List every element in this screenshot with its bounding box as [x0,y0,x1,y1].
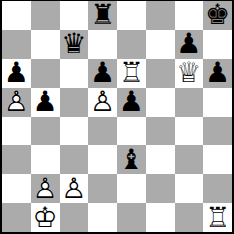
square-c7[interactable]: ♛ [60,30,89,59]
square-e6[interactable]: ♜♖ [117,59,146,88]
black-pawn[interactable]: ♟ [203,59,232,88]
square-c1[interactable] [60,203,89,232]
square-a4[interactable] [2,117,31,146]
white-pawn[interactable]: ♟♙ [88,88,117,117]
square-f3[interactable] [146,145,175,174]
square-e1[interactable] [117,203,146,232]
square-a1[interactable] [2,203,31,232]
square-a7[interactable] [2,30,31,59]
black-rook[interactable]: ♜ [88,1,117,30]
piece-glyph-fill: ♝ [117,145,146,174]
piece-glyph-outline: ♖ [117,59,146,88]
white-pawn[interactable]: ♟♙ [31,174,60,203]
square-d8[interactable]: ♜ [88,1,117,30]
white-queen[interactable]: ♛♕ [175,59,204,88]
piece-glyph-outline: ♙ [88,88,117,117]
white-king[interactable]: ♚♔ [31,203,60,232]
square-c2[interactable]: ♟♙ [60,174,89,203]
square-g1[interactable] [175,203,204,232]
black-pawn[interactable]: ♟ [31,88,60,117]
square-e2[interactable] [117,174,146,203]
square-b6[interactable] [31,59,60,88]
square-h6[interactable]: ♟ [203,59,232,88]
piece-glyph-fill: ♟ [117,88,146,117]
black-bishop[interactable]: ♝ [117,145,146,174]
square-a5[interactable]: ♟♙ [2,88,31,117]
piece-glyph-outline: ♙ [60,174,89,203]
square-h8[interactable]: ♚ [203,1,232,30]
square-f1[interactable] [146,203,175,232]
square-b4[interactable] [31,117,60,146]
white-pawn[interactable]: ♟♙ [2,88,31,117]
piece-glyph-fill: ♚ [203,1,232,30]
square-b2[interactable]: ♟♙ [31,174,60,203]
chess-board-grid: ♜♚♛♟♟♟♜♖♛♕♟♟♙♟♟♙♟♝♟♙♟♙♚♔♜♖ [2,1,232,232]
square-b3[interactable] [31,145,60,174]
chess-board: ♜♚♛♟♟♟♜♖♛♕♟♟♙♟♟♙♟♝♟♙♟♙♚♔♜♖ [0,0,234,234]
square-h5[interactable] [203,88,232,117]
square-b8[interactable] [31,1,60,30]
square-b7[interactable] [31,30,60,59]
black-pawn[interactable]: ♟ [175,30,204,59]
square-d5[interactable]: ♟♙ [88,88,117,117]
square-f4[interactable] [146,117,175,146]
square-b5[interactable]: ♟ [31,88,60,117]
square-g6[interactable]: ♛♕ [175,59,204,88]
square-h4[interactable] [203,117,232,146]
square-c4[interactable] [60,117,89,146]
black-queen[interactable]: ♛ [60,30,89,59]
piece-glyph-outline: ♙ [31,174,60,203]
square-a8[interactable] [2,1,31,30]
square-c3[interactable] [60,145,89,174]
square-e8[interactable] [117,1,146,30]
piece-glyph-fill: ♟ [2,59,31,88]
square-h7[interactable] [203,30,232,59]
square-f5[interactable] [146,88,175,117]
square-h3[interactable] [203,145,232,174]
black-pawn[interactable]: ♟ [2,59,31,88]
piece-glyph-fill: ♟ [88,59,117,88]
piece-glyph-fill: ♜ [88,1,117,30]
square-e3[interactable]: ♝ [117,145,146,174]
square-h2[interactable] [203,174,232,203]
square-c5[interactable] [60,88,89,117]
black-pawn[interactable]: ♟ [88,59,117,88]
square-d6[interactable]: ♟ [88,59,117,88]
piece-glyph-outline: ♙ [2,88,31,117]
square-g2[interactable] [175,174,204,203]
square-f2[interactable] [146,174,175,203]
square-e5[interactable]: ♟ [117,88,146,117]
square-f8[interactable] [146,1,175,30]
piece-glyph-outline: ♔ [31,203,60,232]
white-rook[interactable]: ♜♖ [203,203,232,232]
square-d2[interactable] [88,174,117,203]
square-a6[interactable]: ♟ [2,59,31,88]
white-pawn[interactable]: ♟♙ [60,174,89,203]
square-c8[interactable] [60,1,89,30]
black-king[interactable]: ♚ [203,1,232,30]
piece-glyph-fill: ♟ [31,88,60,117]
white-rook[interactable]: ♜♖ [117,59,146,88]
square-d4[interactable] [88,117,117,146]
square-c6[interactable] [60,59,89,88]
square-g4[interactable] [175,117,204,146]
square-a2[interactable] [2,174,31,203]
square-e4[interactable] [117,117,146,146]
square-d7[interactable] [88,30,117,59]
square-d3[interactable] [88,145,117,174]
square-f6[interactable] [146,59,175,88]
square-g8[interactable] [175,1,204,30]
square-g7[interactable]: ♟ [175,30,204,59]
square-e7[interactable] [117,30,146,59]
square-d1[interactable] [88,203,117,232]
piece-glyph-fill: ♟ [203,59,232,88]
square-a3[interactable] [2,145,31,174]
black-pawn[interactable]: ♟ [117,88,146,117]
piece-glyph-outline: ♖ [203,203,232,232]
square-f7[interactable] [146,30,175,59]
square-g3[interactable] [175,145,204,174]
piece-glyph-fill: ♟ [175,30,204,59]
square-g5[interactable] [175,88,204,117]
piece-glyph-outline: ♕ [175,59,204,88]
piece-glyph-fill: ♛ [60,30,89,59]
square-b1[interactable]: ♚♔ [31,203,60,232]
square-h1[interactable]: ♜♖ [203,203,232,232]
